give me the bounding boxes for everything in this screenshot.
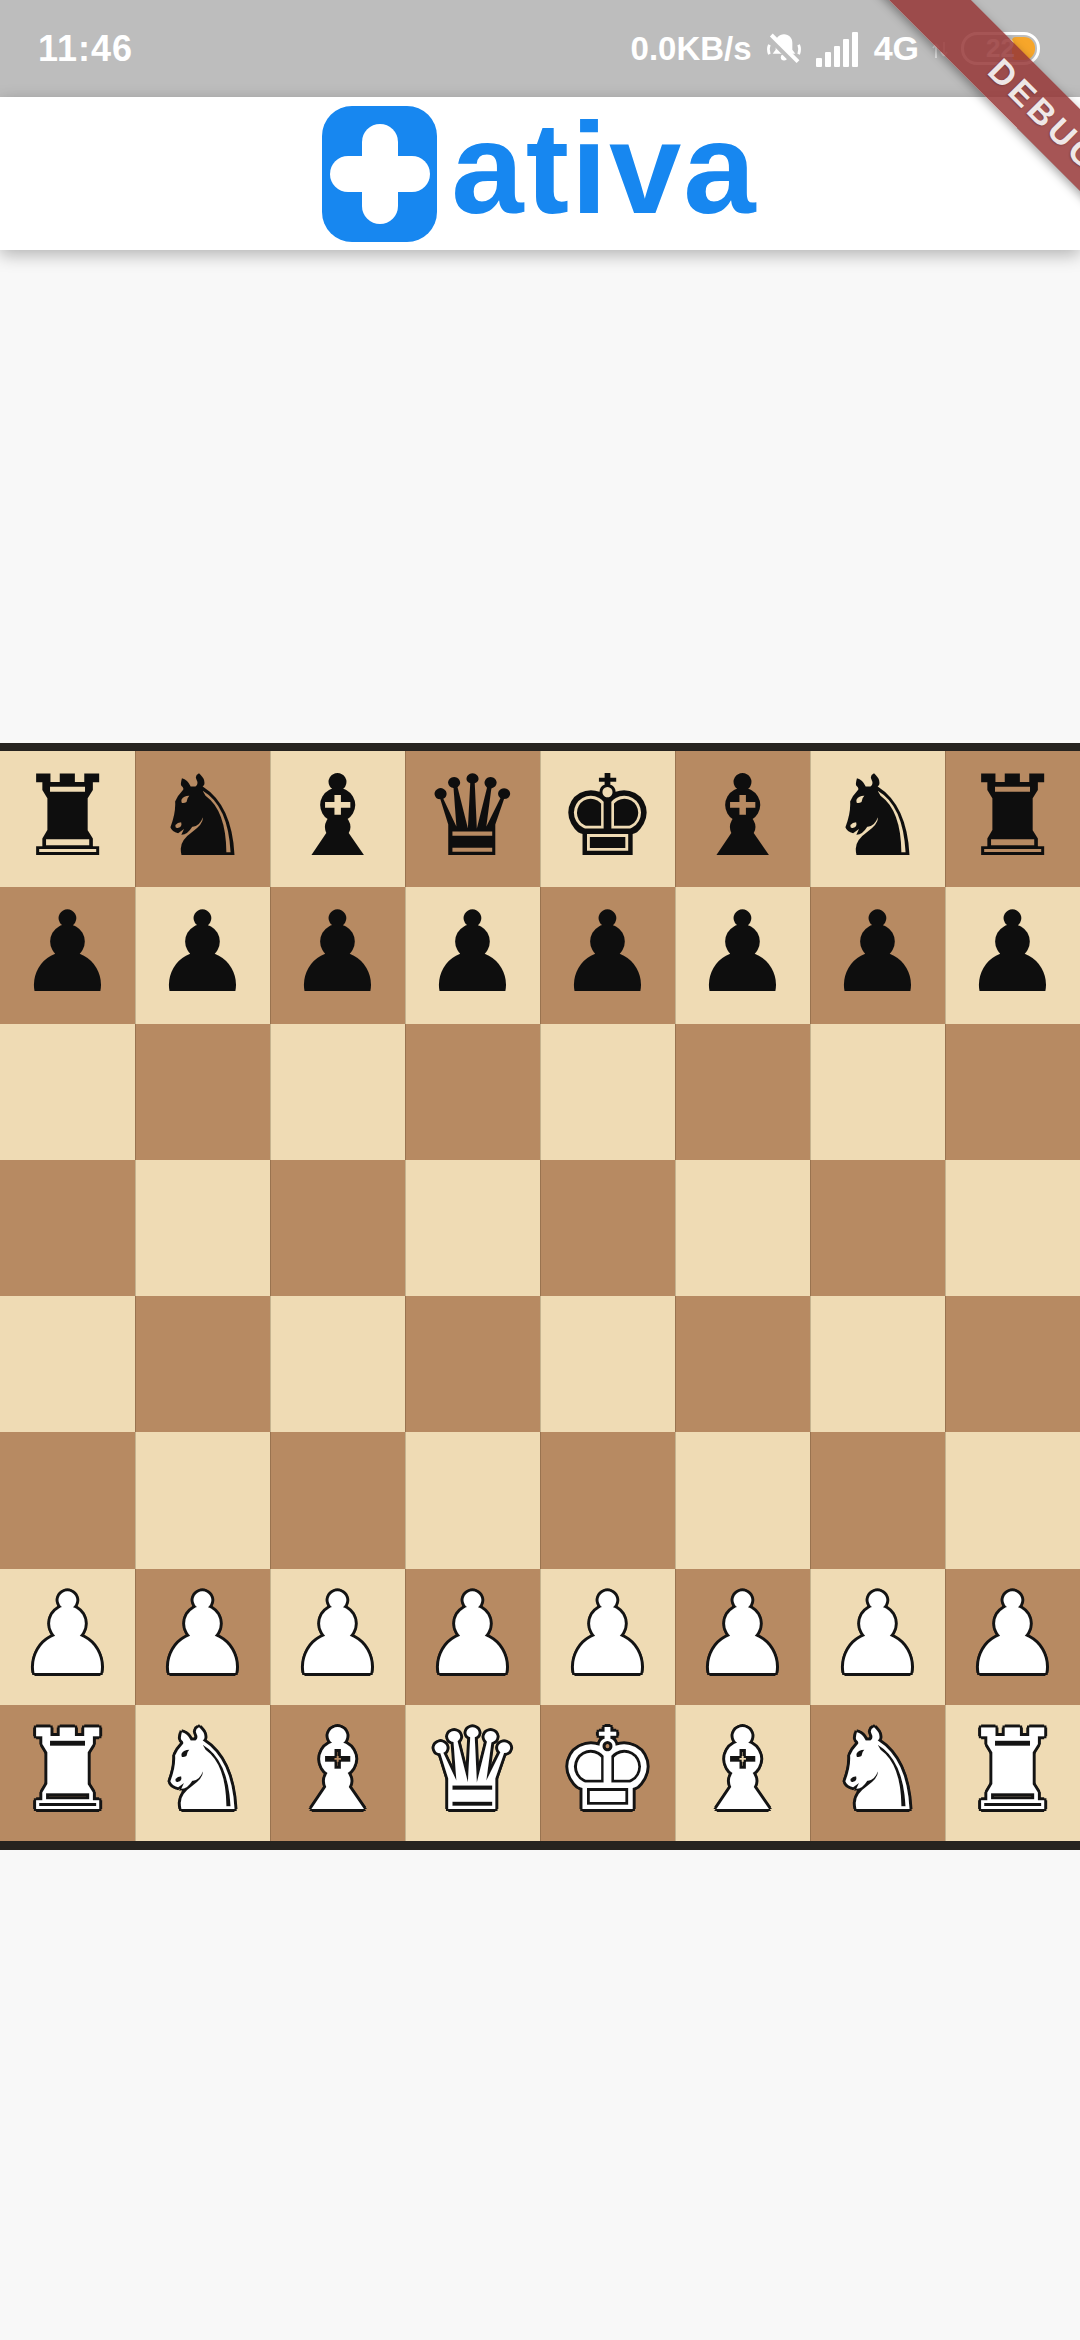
chess-board-frame: ♜♞♝♛♚♝♞♜♟♟♟♟♟♟♟♟♟♟♟♟♟♟♟♟♜♞♝♛♚♝♞♜	[0, 743, 1080, 1850]
square-h7[interactable]: ♟	[945, 887, 1080, 1023]
square-g3[interactable]	[810, 1432, 945, 1568]
piece-white-bishop: ♝	[692, 1714, 792, 1826]
square-c5[interactable]	[270, 1160, 405, 1296]
square-g4[interactable]	[810, 1296, 945, 1432]
square-c3[interactable]	[270, 1432, 405, 1568]
piece-white-king: ♚	[557, 1714, 657, 1826]
piece-black-knight: ♞	[827, 760, 927, 872]
square-a6[interactable]	[0, 1024, 135, 1160]
piece-black-pawn: ♟	[152, 896, 252, 1008]
square-g6[interactable]	[810, 1024, 945, 1160]
square-h1[interactable]: ♜	[945, 1705, 1080, 1841]
square-c4[interactable]	[270, 1296, 405, 1432]
square-b6[interactable]	[135, 1024, 270, 1160]
piece-black-bishop: ♝	[287, 760, 387, 872]
square-c8[interactable]: ♝	[270, 751, 405, 887]
square-h3[interactable]	[945, 1432, 1080, 1568]
square-d2[interactable]: ♟	[405, 1569, 540, 1705]
square-a3[interactable]	[0, 1432, 135, 1568]
square-f7[interactable]: ♟	[675, 887, 810, 1023]
square-d7[interactable]: ♟	[405, 887, 540, 1023]
piece-black-pawn: ♟	[557, 896, 657, 1008]
square-c7[interactable]: ♟	[270, 887, 405, 1023]
square-d6[interactable]	[405, 1024, 540, 1160]
square-e5[interactable]	[540, 1160, 675, 1296]
piece-white-pawn: ♟	[962, 1578, 1062, 1690]
square-g1[interactable]: ♞	[810, 1705, 945, 1841]
piece-black-knight: ♞	[152, 760, 252, 872]
mute-bell-icon	[764, 29, 804, 69]
piece-white-knight: ♞	[152, 1714, 252, 1826]
square-d3[interactable]	[405, 1432, 540, 1568]
network-speed-text: 0.0KB/s	[631, 30, 752, 68]
network-type-text: 4G	[874, 29, 919, 68]
square-g5[interactable]	[810, 1160, 945, 1296]
square-g7[interactable]: ♟	[810, 887, 945, 1023]
piece-white-bishop: ♝	[287, 1714, 387, 1826]
square-d1[interactable]: ♛	[405, 1705, 540, 1841]
square-f6[interactable]	[675, 1024, 810, 1160]
piece-white-pawn: ♟	[17, 1578, 117, 1690]
square-h8[interactable]: ♜	[945, 751, 1080, 887]
square-a7[interactable]: ♟	[0, 887, 135, 1023]
square-d5[interactable]	[405, 1160, 540, 1296]
square-b7[interactable]: ♟	[135, 887, 270, 1023]
piece-white-pawn: ♟	[692, 1578, 792, 1690]
square-a5[interactable]	[0, 1160, 135, 1296]
square-d8[interactable]: ♛	[405, 751, 540, 887]
piece-white-rook: ♜	[962, 1714, 1062, 1826]
square-b1[interactable]: ♞	[135, 1705, 270, 1841]
piece-white-pawn: ♟	[422, 1578, 522, 1690]
square-b2[interactable]: ♟	[135, 1569, 270, 1705]
square-e6[interactable]	[540, 1024, 675, 1160]
square-h6[interactable]	[945, 1024, 1080, 1160]
piece-white-pawn: ♟	[557, 1578, 657, 1690]
square-b4[interactable]	[135, 1296, 270, 1432]
piece-black-king: ♚	[557, 760, 657, 872]
square-g2[interactable]: ♟	[810, 1569, 945, 1705]
app-header: ativa	[0, 97, 1080, 250]
square-h5[interactable]	[945, 1160, 1080, 1296]
piece-black-rook: ♜	[17, 760, 117, 872]
square-g8[interactable]: ♞	[810, 751, 945, 887]
square-e4[interactable]	[540, 1296, 675, 1432]
piece-black-pawn: ♟	[17, 896, 117, 1008]
piece-white-knight: ♞	[827, 1714, 927, 1826]
piece-black-pawn: ♟	[422, 896, 522, 1008]
piece-black-queen: ♛	[422, 760, 522, 872]
square-f4[interactable]	[675, 1296, 810, 1432]
square-c2[interactable]: ♟	[270, 1569, 405, 1705]
piece-black-pawn: ♟	[692, 896, 792, 1008]
square-a1[interactable]: ♜	[0, 1705, 135, 1841]
clock-text: 11:46	[38, 28, 133, 70]
piece-white-pawn: ♟	[152, 1578, 252, 1690]
square-f8[interactable]: ♝	[675, 751, 810, 887]
chess-board: ♜♞♝♛♚♝♞♜♟♟♟♟♟♟♟♟♟♟♟♟♟♟♟♟♜♞♝♛♚♝♞♜	[0, 751, 1080, 1841]
square-e7[interactable]: ♟	[540, 887, 675, 1023]
square-h2[interactable]: ♟	[945, 1569, 1080, 1705]
square-b5[interactable]	[135, 1160, 270, 1296]
square-a4[interactable]	[0, 1296, 135, 1432]
square-e1[interactable]: ♚	[540, 1705, 675, 1841]
square-e3[interactable]	[540, 1432, 675, 1568]
medical-plus-icon	[322, 106, 437, 242]
square-b3[interactable]	[135, 1432, 270, 1568]
piece-white-queen: ♛	[422, 1714, 522, 1826]
piece-black-rook: ♜	[962, 760, 1062, 872]
square-f3[interactable]	[675, 1432, 810, 1568]
square-f5[interactable]	[675, 1160, 810, 1296]
piece-black-pawn: ♟	[962, 896, 1062, 1008]
square-c1[interactable]: ♝	[270, 1705, 405, 1841]
piece-black-pawn: ♟	[827, 896, 927, 1008]
square-f1[interactable]: ♝	[675, 1705, 810, 1841]
square-c6[interactable]	[270, 1024, 405, 1160]
square-b8[interactable]: ♞	[135, 751, 270, 887]
piece-white-pawn: ♟	[287, 1578, 387, 1690]
square-a8[interactable]: ♜	[0, 751, 135, 887]
piece-black-bishop: ♝	[692, 760, 792, 872]
square-e2[interactable]: ♟	[540, 1569, 675, 1705]
logo-text: ativa	[451, 103, 757, 233]
piece-white-rook: ♜	[17, 1714, 117, 1826]
piece-white-pawn: ♟	[827, 1578, 927, 1690]
piece-black-pawn: ♟	[287, 896, 387, 1008]
square-e8[interactable]: ♚	[540, 751, 675, 887]
square-a2[interactable]: ♟	[0, 1569, 135, 1705]
square-h4[interactable]	[945, 1296, 1080, 1432]
square-f2[interactable]: ♟	[675, 1569, 810, 1705]
signal-bars-icon	[816, 31, 862, 67]
square-d4[interactable]	[405, 1296, 540, 1432]
